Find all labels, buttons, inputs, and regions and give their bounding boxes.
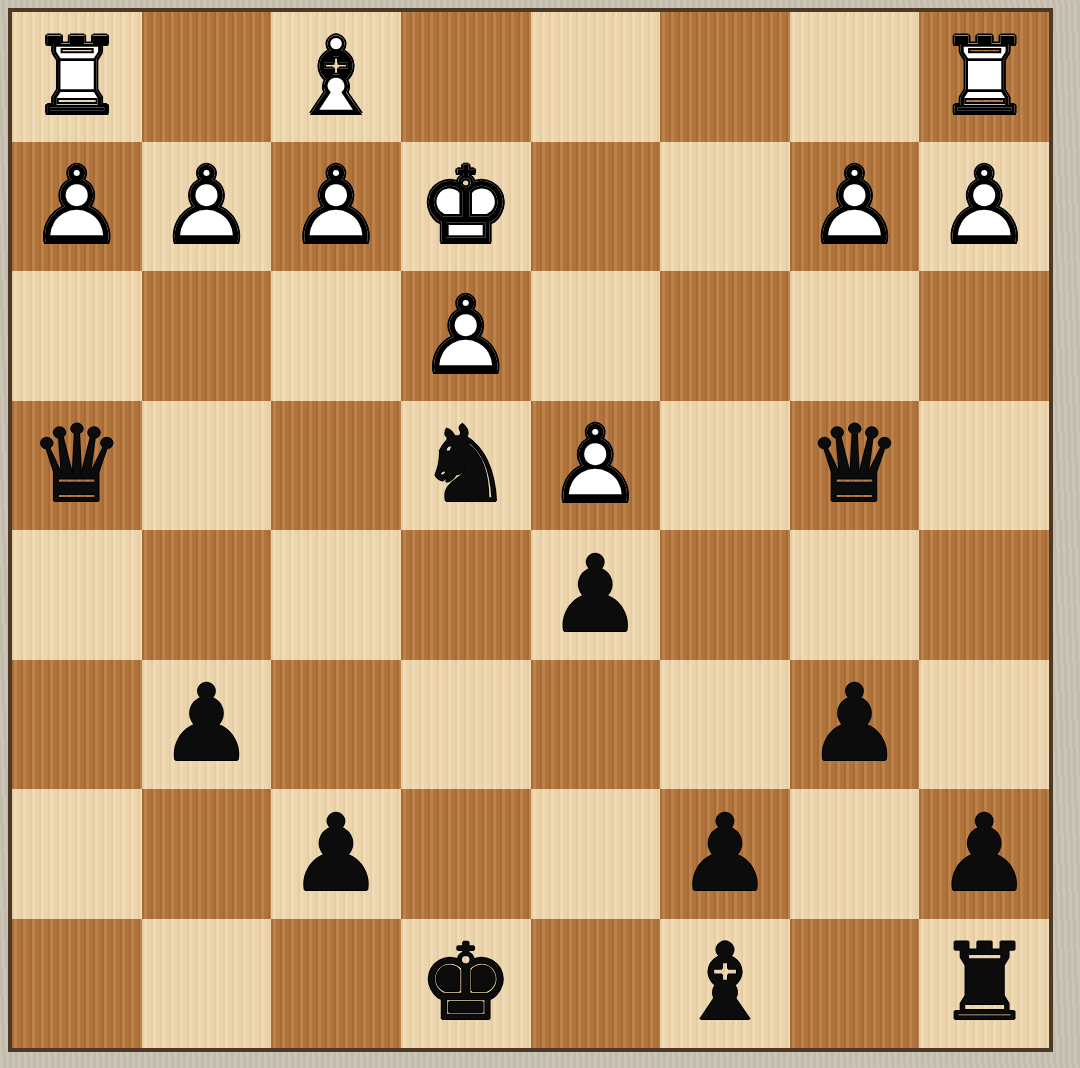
square-c5[interactable] [660,530,790,660]
square-b1[interactable] [790,12,920,142]
square-e8[interactable]: ♚ [401,919,531,1049]
square-e2[interactable]: ♚♔ [401,142,531,272]
square-c7[interactable]: ♟ [660,789,790,919]
chess-board: ♜♖♝♗♜♖♟♙♟♙♟♙♚♔♟♙♟♙♟♙♛♞♟♙♛♟♟♟♟♟♟♚♝♜ [8,8,1053,1052]
black-pawn: ♟ [796,665,914,783]
black-pawn: ♟ [536,536,654,654]
square-e3[interactable]: ♟♙ [401,271,531,401]
square-a6[interactable] [919,660,1049,790]
square-a5[interactable] [919,530,1049,660]
square-a4[interactable] [919,401,1049,531]
square-b2[interactable]: ♟♙ [790,142,920,272]
square-d4[interactable]: ♟♙ [531,401,661,531]
square-d6[interactable] [531,660,661,790]
square-g7[interactable] [142,789,272,919]
white-bishop: ♝♗ [277,18,395,136]
square-c8[interactable]: ♝ [660,919,790,1049]
square-h3[interactable] [12,271,142,401]
black-pawn: ♟ [147,665,265,783]
square-b3[interactable] [790,271,920,401]
square-h1[interactable]: ♜♖ [12,12,142,142]
square-f2[interactable]: ♟♙ [271,142,401,272]
square-a8[interactable]: ♜ [919,919,1049,1049]
white-pawn: ♟♙ [796,147,914,265]
square-c4[interactable] [660,401,790,531]
white-pawn: ♟♙ [536,406,654,524]
square-g8[interactable] [142,919,272,1049]
square-c2[interactable] [660,142,790,272]
square-g2[interactable]: ♟♙ [142,142,272,272]
square-e1[interactable] [401,12,531,142]
white-king: ♚♔ [407,147,525,265]
square-b8[interactable] [790,919,920,1049]
square-a3[interactable] [919,271,1049,401]
square-c1[interactable] [660,12,790,142]
black-bishop: ♝ [666,924,784,1042]
square-e6[interactable] [401,660,531,790]
square-e4[interactable]: ♞ [401,401,531,531]
square-f4[interactable] [271,401,401,531]
square-d3[interactable] [531,271,661,401]
square-h8[interactable] [12,919,142,1049]
square-d8[interactable] [531,919,661,1049]
black-queen: ♛ [18,406,136,524]
white-rook: ♜♖ [18,18,136,136]
white-pawn: ♟♙ [18,147,136,265]
square-a7[interactable]: ♟ [919,789,1049,919]
square-b7[interactable] [790,789,920,919]
square-b6[interactable]: ♟ [790,660,920,790]
square-g1[interactable] [142,12,272,142]
square-f1[interactable]: ♝♗ [271,12,401,142]
square-d5[interactable]: ♟ [531,530,661,660]
square-c3[interactable] [660,271,790,401]
black-pawn: ♟ [925,795,1043,913]
black-knight: ♞ [407,406,525,524]
square-f5[interactable] [271,530,401,660]
square-h5[interactable] [12,530,142,660]
square-g6[interactable]: ♟ [142,660,272,790]
black-queen: ♛ [796,406,914,524]
black-king: ♚ [407,924,525,1042]
square-b4[interactable]: ♛ [790,401,920,531]
square-a2[interactable]: ♟♙ [919,142,1049,272]
black-pawn: ♟ [277,795,395,913]
square-f6[interactable] [271,660,401,790]
square-c6[interactable] [660,660,790,790]
square-g3[interactable] [142,271,272,401]
square-b5[interactable] [790,530,920,660]
square-d1[interactable] [531,12,661,142]
square-h7[interactable] [12,789,142,919]
square-e7[interactable] [401,789,531,919]
white-rook: ♜♖ [925,18,1043,136]
white-pawn: ♟♙ [277,147,395,265]
square-g4[interactable] [142,401,272,531]
white-pawn: ♟♙ [925,147,1043,265]
square-d7[interactable] [531,789,661,919]
square-h6[interactable] [12,660,142,790]
square-g5[interactable] [142,530,272,660]
square-a1[interactable]: ♜♖ [919,12,1049,142]
white-pawn: ♟♙ [147,147,265,265]
square-d2[interactable] [531,142,661,272]
square-h4[interactable]: ♛ [12,401,142,531]
black-rook: ♜ [925,924,1043,1042]
black-pawn: ♟ [666,795,784,913]
square-f8[interactable] [271,919,401,1049]
square-f3[interactable] [271,271,401,401]
white-pawn: ♟♙ [407,277,525,395]
square-f7[interactable]: ♟ [271,789,401,919]
square-h2[interactable]: ♟♙ [12,142,142,272]
square-e5[interactable] [401,530,531,660]
